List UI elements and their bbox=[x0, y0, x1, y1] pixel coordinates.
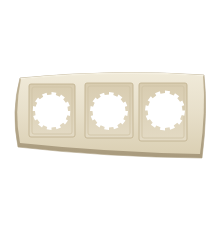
socket-frame-illustration bbox=[0, 0, 220, 230]
frame-opening-1 bbox=[29, 84, 75, 137]
frame-opening-3 bbox=[139, 83, 187, 141]
product-photo bbox=[0, 0, 220, 230]
frame-opening-2 bbox=[85, 83, 133, 138]
